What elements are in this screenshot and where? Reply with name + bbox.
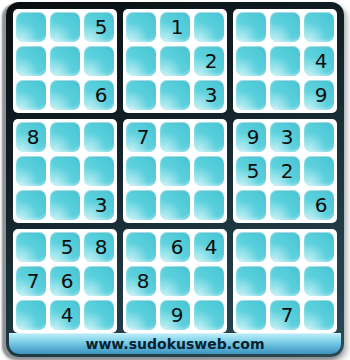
- sudoku-board: 5612349837935265876464897 www.sudokusweb…: [6, 2, 344, 357]
- cell-r4c1[interactable]: 8: [16, 122, 46, 152]
- cell-r8c2[interactable]: 6: [50, 266, 80, 296]
- cell-r5c9[interactable]: [304, 156, 334, 186]
- cell-r6c4[interactable]: [126, 190, 156, 220]
- cell-r1c4[interactable]: [126, 12, 156, 42]
- cell-r3c3[interactable]: 6: [84, 80, 114, 110]
- cell-r1c1[interactable]: [16, 12, 46, 42]
- cell-r6c8[interactable]: [270, 190, 300, 220]
- sudoku-page: 5612349837935265876464897 www.sudokusweb…: [0, 0, 350, 360]
- cell-r8c3[interactable]: [84, 266, 114, 296]
- box-2: 123: [123, 9, 227, 113]
- cell-r3c1[interactable]: [16, 80, 46, 110]
- cell-r7c4[interactable]: [126, 232, 156, 262]
- cell-r1c6[interactable]: [194, 12, 224, 42]
- cell-r2c9[interactable]: 4: [304, 46, 334, 76]
- cell-r6c5[interactable]: [160, 190, 190, 220]
- cell-r2c4[interactable]: [126, 46, 156, 76]
- box-9: 7: [233, 229, 337, 333]
- cell-r4c8[interactable]: 3: [270, 122, 300, 152]
- cell-r1c2[interactable]: [50, 12, 80, 42]
- cell-r2c1[interactable]: [16, 46, 46, 76]
- cell-r4c9[interactable]: [304, 122, 334, 152]
- cell-r5c6[interactable]: [194, 156, 224, 186]
- cell-r8c1[interactable]: 7: [16, 266, 46, 296]
- cell-r7c6[interactable]: 4: [194, 232, 224, 262]
- cell-r5c3[interactable]: [84, 156, 114, 186]
- cell-r7c1[interactable]: [16, 232, 46, 262]
- cell-r1c9[interactable]: [304, 12, 334, 42]
- cell-r9c6[interactable]: [194, 300, 224, 330]
- cell-r4c2[interactable]: [50, 122, 80, 152]
- cell-r3c8[interactable]: [270, 80, 300, 110]
- cell-r9c4[interactable]: [126, 300, 156, 330]
- cell-r6c2[interactable]: [50, 190, 80, 220]
- cell-r8c8[interactable]: [270, 266, 300, 296]
- cell-r6c6[interactable]: [194, 190, 224, 220]
- cell-r9c7[interactable]: [236, 300, 266, 330]
- cell-r7c9[interactable]: [304, 232, 334, 262]
- cell-r8c9[interactable]: [304, 266, 334, 296]
- sudoku-grid: 5612349837935265876464897: [13, 9, 337, 333]
- cell-r4c5[interactable]: [160, 122, 190, 152]
- cell-r2c5[interactable]: [160, 46, 190, 76]
- cell-r5c4[interactable]: [126, 156, 156, 186]
- cell-r9c9[interactable]: [304, 300, 334, 330]
- cell-r3c4[interactable]: [126, 80, 156, 110]
- cell-r6c7[interactable]: [236, 190, 266, 220]
- footer-bar: www.sudokusweb.com: [9, 333, 341, 354]
- cell-r5c1[interactable]: [16, 156, 46, 186]
- cell-r8c4[interactable]: 8: [126, 266, 156, 296]
- box-6: 93526: [233, 119, 337, 223]
- cell-r1c3[interactable]: 5: [84, 12, 114, 42]
- cell-r3c6[interactable]: 3: [194, 80, 224, 110]
- cell-r9c5[interactable]: 9: [160, 300, 190, 330]
- cell-r3c7[interactable]: [236, 80, 266, 110]
- box-1: 56: [13, 9, 117, 113]
- cell-r5c7[interactable]: 5: [236, 156, 266, 186]
- cell-r7c3[interactable]: 8: [84, 232, 114, 262]
- cell-r5c8[interactable]: 2: [270, 156, 300, 186]
- cell-r4c6[interactable]: [194, 122, 224, 152]
- cell-r7c5[interactable]: 6: [160, 232, 190, 262]
- cell-r2c3[interactable]: [84, 46, 114, 76]
- cell-r7c2[interactable]: 5: [50, 232, 80, 262]
- box-4: 83: [13, 119, 117, 223]
- cell-r7c8[interactable]: [270, 232, 300, 262]
- cell-r1c7[interactable]: [236, 12, 266, 42]
- box-7: 58764: [13, 229, 117, 333]
- box-3: 49: [233, 9, 337, 113]
- cell-r3c5[interactable]: [160, 80, 190, 110]
- cell-r9c1[interactable]: [16, 300, 46, 330]
- cell-r4c3[interactable]: [84, 122, 114, 152]
- cell-r5c2[interactable]: [50, 156, 80, 186]
- cell-r2c2[interactable]: [50, 46, 80, 76]
- cell-r8c6[interactable]: [194, 266, 224, 296]
- cell-r6c3[interactable]: 3: [84, 190, 114, 220]
- cell-r2c7[interactable]: [236, 46, 266, 76]
- cell-r6c1[interactable]: [16, 190, 46, 220]
- cell-r8c7[interactable]: [236, 266, 266, 296]
- cell-r2c6[interactable]: 2: [194, 46, 224, 76]
- cell-r7c7[interactable]: [236, 232, 266, 262]
- box-8: 6489: [123, 229, 227, 333]
- box-5: 7: [123, 119, 227, 223]
- cell-r9c2[interactable]: 4: [50, 300, 80, 330]
- cell-r9c3[interactable]: [84, 300, 114, 330]
- cell-r1c8[interactable]: [270, 12, 300, 42]
- cell-r5c5[interactable]: [160, 156, 190, 186]
- cell-r2c8[interactable]: [270, 46, 300, 76]
- cell-r1c5[interactable]: 1: [160, 12, 190, 42]
- website-link[interactable]: www.sudokusweb.com: [85, 336, 264, 352]
- cell-r9c8[interactable]: 7: [270, 300, 300, 330]
- cell-r6c9[interactable]: 6: [304, 190, 334, 220]
- cell-r4c7[interactable]: 9: [236, 122, 266, 152]
- cell-r3c9[interactable]: 9: [304, 80, 334, 110]
- cell-r8c5[interactable]: [160, 266, 190, 296]
- cell-r4c4[interactable]: 7: [126, 122, 156, 152]
- cell-r3c2[interactable]: [50, 80, 80, 110]
